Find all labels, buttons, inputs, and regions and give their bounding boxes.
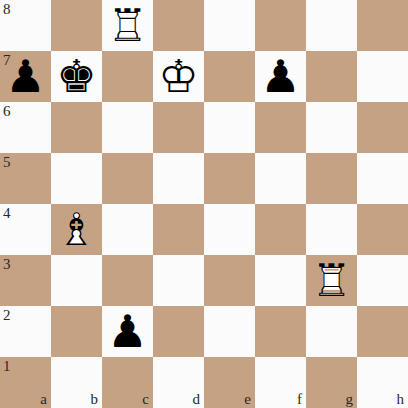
square-b5[interactable]: [51, 153, 102, 204]
piece-outline-glyph: ♗: [51, 204, 102, 255]
square-f2[interactable]: [255, 306, 306, 357]
piece-white-rook[interactable]: ♜♖: [306, 255, 357, 306]
chess-board: 8♜♖♟7♚♚♔♟654♝♗3♜♖2♟1abcdefgh: [0, 0, 408, 408]
square-b1[interactable]: b: [51, 357, 102, 408]
square-b8[interactable]: [51, 0, 102, 51]
file-label-h: h: [397, 392, 405, 407]
square-g2[interactable]: [306, 306, 357, 357]
file-label-c: c: [142, 392, 149, 407]
square-c6[interactable]: [102, 102, 153, 153]
square-d8[interactable]: [153, 0, 204, 51]
square-b3[interactable]: [51, 255, 102, 306]
square-h5[interactable]: [357, 153, 408, 204]
square-f4[interactable]: [255, 204, 306, 255]
square-a3[interactable]: 3: [0, 255, 51, 306]
rank-label-6: 6: [3, 104, 11, 119]
piece-black-pawn[interactable]: ♟: [102, 306, 153, 357]
square-d2[interactable]: [153, 306, 204, 357]
square-d5[interactable]: [153, 153, 204, 204]
rank-label-2: 2: [3, 308, 11, 323]
square-d1[interactable]: d: [153, 357, 204, 408]
piece-white-bishop[interactable]: ♝♗: [51, 204, 102, 255]
square-a5[interactable]: 5: [0, 153, 51, 204]
rank-label-3: 3: [3, 257, 11, 272]
square-b4[interactable]: ♝♗: [51, 204, 102, 255]
square-g8[interactable]: [306, 0, 357, 51]
piece-white-king[interactable]: ♚♔: [153, 51, 204, 102]
file-label-d: d: [193, 392, 201, 407]
piece-fill-glyph: ♚: [51, 51, 102, 102]
square-g1[interactable]: g: [306, 357, 357, 408]
square-c8[interactable]: ♜♖: [102, 0, 153, 51]
square-f1[interactable]: f: [255, 357, 306, 408]
square-e4[interactable]: [204, 204, 255, 255]
square-e7[interactable]: [204, 51, 255, 102]
square-a4[interactable]: 4: [0, 204, 51, 255]
square-g6[interactable]: [306, 102, 357, 153]
square-f7[interactable]: ♟: [255, 51, 306, 102]
rank-label-4: 4: [3, 206, 11, 221]
file-label-f: f: [297, 392, 302, 407]
file-label-b: b: [91, 392, 99, 407]
square-h2[interactable]: [357, 306, 408, 357]
square-h8[interactable]: [357, 0, 408, 51]
file-label-e: e: [244, 392, 251, 407]
square-a6[interactable]: 6: [0, 102, 51, 153]
square-c3[interactable]: [102, 255, 153, 306]
square-h1[interactable]: h: [357, 357, 408, 408]
piece-white-rook[interactable]: ♜♖: [102, 0, 153, 51]
square-b7[interactable]: ♚: [51, 51, 102, 102]
square-d7[interactable]: ♚♔: [153, 51, 204, 102]
square-f5[interactable]: [255, 153, 306, 204]
square-a7[interactable]: ♟7: [0, 51, 51, 102]
square-a8[interactable]: 8: [0, 0, 51, 51]
file-label-g: g: [346, 392, 354, 407]
square-c4[interactable]: [102, 204, 153, 255]
square-c5[interactable]: [102, 153, 153, 204]
piece-fill-glyph: ♟: [102, 306, 153, 357]
piece-black-king[interactable]: ♚: [51, 51, 102, 102]
rank-label-1: 1: [3, 359, 11, 374]
square-c2[interactable]: ♟: [102, 306, 153, 357]
square-c7[interactable]: [102, 51, 153, 102]
square-d6[interactable]: [153, 102, 204, 153]
square-h3[interactable]: [357, 255, 408, 306]
rank-label-5: 5: [3, 155, 11, 170]
square-f3[interactable]: [255, 255, 306, 306]
square-e6[interactable]: [204, 102, 255, 153]
rank-label-7: 7: [3, 53, 11, 68]
square-a2[interactable]: 2: [0, 306, 51, 357]
square-g7[interactable]: [306, 51, 357, 102]
square-g3[interactable]: ♜♖: [306, 255, 357, 306]
square-d4[interactable]: [153, 204, 204, 255]
square-b2[interactable]: [51, 306, 102, 357]
piece-outline-glyph: ♖: [102, 0, 153, 51]
square-b6[interactable]: [51, 102, 102, 153]
piece-fill-glyph: ♟: [255, 51, 306, 102]
square-e2[interactable]: [204, 306, 255, 357]
square-e1[interactable]: e: [204, 357, 255, 408]
square-g4[interactable]: [306, 204, 357, 255]
rank-label-8: 8: [3, 2, 11, 17]
square-h7[interactable]: [357, 51, 408, 102]
square-e3[interactable]: [204, 255, 255, 306]
square-g5[interactable]: [306, 153, 357, 204]
square-a1[interactable]: 1a: [0, 357, 51, 408]
piece-outline-glyph: ♔: [153, 51, 204, 102]
square-e5[interactable]: [204, 153, 255, 204]
piece-black-pawn[interactable]: ♟: [255, 51, 306, 102]
square-d3[interactable]: [153, 255, 204, 306]
piece-outline-glyph: ♖: [306, 255, 357, 306]
square-e8[interactable]: [204, 0, 255, 51]
square-h4[interactable]: [357, 204, 408, 255]
square-f6[interactable]: [255, 102, 306, 153]
square-f8[interactable]: [255, 0, 306, 51]
square-c1[interactable]: c: [102, 357, 153, 408]
square-h6[interactable]: [357, 102, 408, 153]
file-label-a: a: [40, 392, 47, 407]
